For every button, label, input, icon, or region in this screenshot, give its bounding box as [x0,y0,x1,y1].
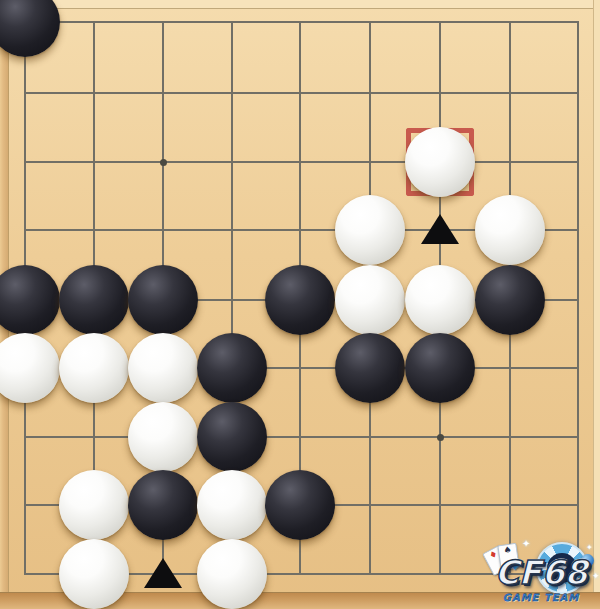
sparkle-icon: ✦ [522,538,530,549]
black-stone[interactable] [59,265,129,335]
white-stone[interactable] [335,265,405,335]
cf68-watermark: ♣ ♦ ♠ ♦ ✦ ✦ ✦ CF68 GAME TEAM [482,541,600,607]
logo-subtitle: GAME TEAM [482,592,600,603]
star-point [160,159,167,166]
white-stone[interactable] [59,539,129,609]
black-stone[interactable] [265,470,335,540]
white-stone[interactable] [128,333,198,403]
grid-line [24,161,579,163]
logo-title: CF68 [482,556,600,589]
star-point [437,434,444,441]
black-stone[interactable] [475,265,545,335]
grid-line [577,21,579,575]
white-stone[interactable] [128,402,198,472]
white-stone[interactable] [405,265,475,335]
black-stone[interactable] [197,402,267,472]
black-stone[interactable] [0,0,60,57]
triangle-marker [144,558,182,588]
black-stone[interactable] [197,333,267,403]
white-stone[interactable] [197,539,267,609]
white-stone[interactable] [335,195,405,265]
white-stone[interactable] [59,470,129,540]
triangle-marker [421,214,459,244]
white-stone[interactable] [59,333,129,403]
white-stone[interactable] [0,333,60,403]
white-stone[interactable] [405,127,475,197]
black-stone[interactable] [265,265,335,335]
board-edge-right [593,0,600,609]
go-board-screenshot: ♣ ♦ ♠ ♦ ✦ ✦ ✦ CF68 GAME TEAM [0,0,600,609]
grid-line [24,436,579,438]
white-stone[interactable] [475,195,545,265]
white-stone[interactable] [197,470,267,540]
black-stone[interactable] [128,265,198,335]
sparkle-icon: ✦ [586,543,593,552]
black-stone[interactable] [0,265,60,335]
grid-line [24,21,579,23]
black-stone[interactable] [405,333,475,403]
board-edge-top [0,0,600,9]
black-stone[interactable] [128,470,198,540]
black-stone[interactable] [335,333,405,403]
grid-line [24,92,579,94]
